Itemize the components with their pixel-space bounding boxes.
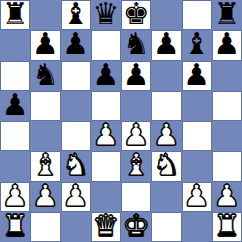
- square-e4[interactable]: ♟: [121, 121, 151, 151]
- square-f5[interactable]: [151, 91, 181, 121]
- square-f4[interactable]: ♟: [151, 121, 181, 151]
- black-rook-icon: ♜: [213, 0, 240, 29]
- square-a2[interactable]: ♟: [0, 182, 30, 212]
- square-f8[interactable]: [151, 0, 181, 30]
- square-a1[interactable]: ♜: [0, 212, 30, 242]
- square-g2[interactable]: ♟: [182, 182, 212, 212]
- square-c4[interactable]: [61, 121, 91, 151]
- white-pawn-icon: ♟: [2, 181, 29, 211]
- square-a5[interactable]: ♟: [0, 91, 30, 121]
- square-d2[interactable]: [91, 182, 121, 212]
- white-bishop-icon: ♝: [32, 150, 59, 180]
- square-c2[interactable]: ♟: [61, 182, 91, 212]
- black-pawn-icon: ♟: [92, 60, 119, 90]
- square-g7[interactable]: ♝: [182, 30, 212, 60]
- black-knight-icon: ♞: [32, 60, 59, 90]
- black-queen-icon: ♛: [92, 0, 119, 29]
- square-d5[interactable]: [91, 91, 121, 121]
- white-king-icon: ♚: [123, 211, 150, 241]
- white-pawn-icon: ♟: [62, 181, 89, 211]
- white-knight-icon: ♞: [153, 150, 180, 180]
- square-h8[interactable]: ♜: [212, 0, 242, 30]
- square-f2[interactable]: [151, 182, 181, 212]
- square-f6[interactable]: [151, 61, 181, 91]
- white-queen-icon: ♛: [92, 211, 119, 241]
- square-d4[interactable]: ♟: [91, 121, 121, 151]
- square-g8[interactable]: [182, 0, 212, 30]
- square-b1[interactable]: [30, 212, 60, 242]
- black-knight-icon: ♞: [123, 29, 150, 59]
- square-e7[interactable]: ♞: [121, 30, 151, 60]
- square-d1[interactable]: ♛: [91, 212, 121, 242]
- square-c3[interactable]: ♞: [61, 151, 91, 181]
- square-g3[interactable]: [182, 151, 212, 181]
- square-h1[interactable]: ♜: [212, 212, 242, 242]
- square-a6[interactable]: [0, 61, 30, 91]
- white-pawn-icon: ♟: [123, 120, 150, 150]
- square-d6[interactable]: ♟: [91, 61, 121, 91]
- white-knight-icon: ♞: [62, 150, 89, 180]
- square-h2[interactable]: ♟: [212, 182, 242, 212]
- square-e6[interactable]: ♟: [121, 61, 151, 91]
- white-pawn-icon: ♟: [183, 181, 210, 211]
- square-h7[interactable]: ♟: [212, 30, 242, 60]
- square-g5[interactable]: [182, 91, 212, 121]
- white-bishop-icon: ♝: [123, 150, 150, 180]
- black-pawn-icon: ♟: [32, 29, 59, 59]
- chess-board-container: ♜♝♛♚♜♟♟♞♟♝♟♞♟♟♟♟♟♟♟♝♞♝♞♟♟♟♟♟♜♛♚♜: [0, 0, 242, 242]
- black-pawn-icon: ♟: [153, 29, 180, 59]
- square-a3[interactable]: [0, 151, 30, 181]
- square-d8[interactable]: ♛: [91, 0, 121, 30]
- white-pawn-icon: ♟: [92, 120, 119, 150]
- square-f7[interactable]: ♟: [151, 30, 181, 60]
- square-c8[interactable]: ♝: [61, 0, 91, 30]
- white-pawn-icon: ♟: [32, 181, 59, 211]
- square-a4[interactable]: [0, 121, 30, 151]
- square-a8[interactable]: ♜: [0, 0, 30, 30]
- black-rook-icon: ♜: [2, 0, 29, 29]
- square-g4[interactable]: [182, 121, 212, 151]
- white-rook-icon: ♜: [213, 211, 240, 241]
- square-h4[interactable]: [212, 121, 242, 151]
- black-bishop-icon: ♝: [62, 0, 89, 29]
- square-a7[interactable]: [0, 30, 30, 60]
- chess-board: ♜♝♛♚♜♟♟♞♟♝♟♞♟♟♟♟♟♟♟♝♞♝♞♟♟♟♟♟♜♛♚♜: [0, 0, 242, 242]
- square-c1[interactable]: [61, 212, 91, 242]
- white-pawn-icon: ♟: [213, 181, 240, 211]
- square-g1[interactable]: [182, 212, 212, 242]
- square-c7[interactable]: ♟: [61, 30, 91, 60]
- square-b8[interactable]: [30, 0, 60, 30]
- black-pawn-icon: ♟: [213, 29, 240, 59]
- square-d3[interactable]: [91, 151, 121, 181]
- white-rook-icon: ♜: [2, 211, 29, 241]
- black-king-icon: ♚: [123, 0, 150, 29]
- square-e2[interactable]: [121, 182, 151, 212]
- square-b3[interactable]: ♝: [30, 151, 60, 181]
- square-e5[interactable]: [121, 91, 151, 121]
- square-h5[interactable]: [212, 91, 242, 121]
- square-d7[interactable]: [91, 30, 121, 60]
- square-b7[interactable]: ♟: [30, 30, 60, 60]
- square-h6[interactable]: [212, 61, 242, 91]
- white-pawn-icon: ♟: [153, 120, 180, 150]
- square-h3[interactable]: [212, 151, 242, 181]
- square-b5[interactable]: [30, 91, 60, 121]
- square-b6[interactable]: ♞: [30, 61, 60, 91]
- black-bishop-icon: ♝: [183, 29, 210, 59]
- square-b4[interactable]: [30, 121, 60, 151]
- square-e1[interactable]: ♚: [121, 212, 151, 242]
- black-pawn-icon: ♟: [123, 60, 150, 90]
- black-pawn-icon: ♟: [2, 90, 29, 120]
- black-pawn-icon: ♟: [183, 60, 210, 90]
- square-f1[interactable]: [151, 212, 181, 242]
- square-b2[interactable]: ♟: [30, 182, 60, 212]
- black-pawn-icon: ♟: [62, 29, 89, 59]
- square-f3[interactable]: ♞: [151, 151, 181, 181]
- square-g6[interactable]: ♟: [182, 61, 212, 91]
- square-e3[interactable]: ♝: [121, 151, 151, 181]
- square-e8[interactable]: ♚: [121, 0, 151, 30]
- square-c5[interactable]: [61, 91, 91, 121]
- square-c6[interactable]: [61, 61, 91, 91]
